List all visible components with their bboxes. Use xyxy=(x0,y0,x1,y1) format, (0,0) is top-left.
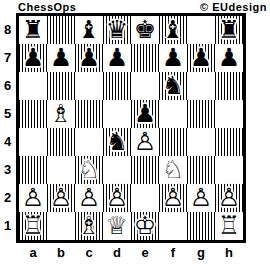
piece-black-rook-h8[interactable]: ♜♜ xyxy=(215,16,243,44)
square-c3[interactable]: ♞♘ xyxy=(75,156,103,184)
piece-black-pawn-b7[interactable]: ♟♟ xyxy=(47,44,75,72)
piece-glyph: ♜ xyxy=(215,16,243,44)
copyright-credit: © EUdesign xyxy=(200,1,267,13)
piece-glyph: ♘ xyxy=(75,156,103,184)
square-b4[interactable] xyxy=(47,128,75,156)
square-h7[interactable]: ♟♟ xyxy=(215,44,243,72)
piece-glyph: ♖ xyxy=(19,212,47,240)
square-a7[interactable]: ♟♟ xyxy=(19,44,47,72)
square-g2[interactable]: ♟♙ xyxy=(187,184,215,212)
file-labels: abcdefgh xyxy=(19,245,243,261)
piece-black-queen-d8[interactable]: ♛♛ xyxy=(103,16,131,44)
piece-glyph: ♟ xyxy=(75,44,103,72)
square-b8[interactable] xyxy=(47,16,75,44)
piece-white-knight-c3[interactable]: ♞♘ xyxy=(75,156,103,184)
piece-black-bishop-c8[interactable]: ♝♝ xyxy=(75,16,103,44)
square-c2[interactable]: ♟♙ xyxy=(75,184,103,212)
piece-white-bishop-c1[interactable]: ♝♗ xyxy=(75,212,103,240)
square-d3[interactable] xyxy=(103,156,131,184)
piece-glyph: ♟ xyxy=(215,44,243,72)
piece-glyph: ♟ xyxy=(47,44,75,72)
piece-black-pawn-h7[interactable]: ♟♟ xyxy=(215,44,243,72)
piece-white-rook-a1[interactable]: ♜♖ xyxy=(19,212,47,240)
square-f4[interactable] xyxy=(159,128,187,156)
piece-glyph: ♙ xyxy=(75,184,103,212)
file-label-c: c xyxy=(75,245,103,261)
piece-glyph: ♗ xyxy=(47,100,75,128)
square-a5[interactable] xyxy=(19,100,47,128)
square-f7[interactable]: ♟♟ xyxy=(159,44,187,72)
piece-glyph: ♞ xyxy=(103,128,131,156)
piece-glyph: ♟ xyxy=(131,100,159,128)
piece-glyph: ♖ xyxy=(215,212,243,240)
square-b1[interactable] xyxy=(47,212,75,240)
square-f1[interactable] xyxy=(159,212,187,240)
square-e7[interactable] xyxy=(131,44,159,72)
square-h1[interactable]: ♜♖ xyxy=(215,212,243,240)
rank-label-5: 5 xyxy=(0,100,15,128)
piece-white-rook-h1[interactable]: ♜♖ xyxy=(215,212,243,240)
square-b2[interactable]: ♟♙ xyxy=(47,184,75,212)
square-c5[interactable] xyxy=(75,100,103,128)
square-f2[interactable]: ♟♙ xyxy=(159,184,187,212)
square-a1[interactable]: ♜♖ xyxy=(19,212,47,240)
square-b5[interactable]: ♝♗ xyxy=(47,100,75,128)
piece-glyph: ♜ xyxy=(19,16,47,44)
square-c6[interactable] xyxy=(75,72,103,100)
square-h2[interactable]: ♟♙ xyxy=(215,184,243,212)
square-g8[interactable] xyxy=(187,16,215,44)
piece-glyph: ♟ xyxy=(19,44,47,72)
square-e1[interactable]: ♚♔ xyxy=(131,212,159,240)
square-c4[interactable] xyxy=(75,128,103,156)
piece-white-pawn-d2[interactable]: ♟♙ xyxy=(103,184,131,212)
rank-label-6: 6 xyxy=(0,72,15,100)
square-a4[interactable] xyxy=(19,128,47,156)
piece-white-pawn-g2[interactable]: ♟♙ xyxy=(187,184,215,212)
square-f8[interactable]: ♝♝ xyxy=(159,16,187,44)
square-e4[interactable]: ♟♙ xyxy=(131,128,159,156)
piece-glyph: ♙ xyxy=(187,184,215,212)
piece-white-pawn-e4[interactable]: ♟♙ xyxy=(131,128,159,156)
piece-glyph: ♞ xyxy=(159,72,187,100)
square-d4[interactable]: ♞♞ xyxy=(103,128,131,156)
piece-glyph: ♝ xyxy=(75,16,103,44)
piece-glyph: ♟ xyxy=(159,44,187,72)
piece-glyph: ♙ xyxy=(215,184,243,212)
piece-white-bishop-b5[interactable]: ♝♗ xyxy=(47,100,75,128)
piece-white-queen-d1[interactable]: ♛♕ xyxy=(103,212,131,240)
piece-white-pawn-c2[interactable]: ♟♙ xyxy=(75,184,103,212)
piece-glyph: ♟ xyxy=(103,44,131,72)
file-label-g: g xyxy=(187,245,215,261)
square-d8[interactable]: ♛♛ xyxy=(103,16,131,44)
square-g7[interactable]: ♟♟ xyxy=(187,44,215,72)
square-g5[interactable] xyxy=(187,100,215,128)
piece-black-pawn-a7[interactable]: ♟♟ xyxy=(19,44,47,72)
square-d6[interactable] xyxy=(103,72,131,100)
piece-glyph: ♘ xyxy=(159,156,187,184)
piece-black-rook-a8[interactable]: ♜♜ xyxy=(19,16,47,44)
file-label-h: h xyxy=(215,245,243,261)
square-a2[interactable]: ♟♙ xyxy=(19,184,47,212)
file-label-e: e xyxy=(131,245,159,261)
square-a8[interactable]: ♜♜ xyxy=(19,16,47,44)
square-h6[interactable] xyxy=(215,72,243,100)
piece-glyph: ♚ xyxy=(131,16,159,44)
piece-black-pawn-e5[interactable]: ♟♟ xyxy=(131,100,159,128)
piece-glyph: ♕ xyxy=(103,212,131,240)
piece-black-knight-d4[interactable]: ♞♞ xyxy=(103,128,131,156)
square-d5[interactable] xyxy=(103,100,131,128)
piece-glyph: ♙ xyxy=(19,184,47,212)
square-g1[interactable] xyxy=(187,212,215,240)
rank-label-7: 7 xyxy=(0,44,15,72)
square-b7[interactable]: ♟♟ xyxy=(47,44,75,72)
piece-white-knight-f3[interactable]: ♞♘ xyxy=(159,156,187,184)
square-e5[interactable]: ♟♟ xyxy=(131,100,159,128)
chess-board: ♜♜♝♝♛♛♚♚♝♝♜♜♟♟♟♟♟♟♟♟♟♟♟♟♟♟♞♞♝♗♟♟♞♞♟♙♞♘♞♘… xyxy=(16,13,246,243)
piece-white-pawn-h2[interactable]: ♟♙ xyxy=(215,184,243,212)
square-e3[interactable] xyxy=(131,156,159,184)
piece-glyph: ♔ xyxy=(131,212,159,240)
square-b3[interactable] xyxy=(47,156,75,184)
rank-label-8: 8 xyxy=(0,16,15,44)
square-e8[interactable]: ♚♚ xyxy=(131,16,159,44)
piece-glyph: ♟ xyxy=(187,44,215,72)
square-c7[interactable]: ♟♟ xyxy=(75,44,103,72)
square-e6[interactable] xyxy=(131,72,159,100)
square-e2[interactable] xyxy=(131,184,159,212)
rank-label-1: 1 xyxy=(0,212,15,240)
square-b6[interactable] xyxy=(47,72,75,100)
piece-glyph: ♝ xyxy=(159,16,187,44)
piece-glyph: ♛ xyxy=(103,16,131,44)
rank-labels: 87654321 xyxy=(0,16,15,240)
square-f5[interactable] xyxy=(159,100,187,128)
rank-label-4: 4 xyxy=(0,128,15,156)
square-a3[interactable] xyxy=(19,156,47,184)
square-h3[interactable] xyxy=(215,156,243,184)
square-c8[interactable]: ♝♝ xyxy=(75,16,103,44)
square-c1[interactable]: ♝♗ xyxy=(75,212,103,240)
file-label-f: f xyxy=(159,245,187,261)
square-f3[interactable]: ♞♘ xyxy=(159,156,187,184)
piece-white-pawn-f2[interactable]: ♟♙ xyxy=(159,184,187,212)
piece-black-pawn-c7[interactable]: ♟♟ xyxy=(75,44,103,72)
square-a6[interactable] xyxy=(19,72,47,100)
square-h8[interactable]: ♜♜ xyxy=(215,16,243,44)
piece-black-pawn-f7[interactable]: ♟♟ xyxy=(159,44,187,72)
chessops-diagram-page: ChessOps © EUdesign 87654321 ♜♜♝♝♛♛♚♚♝♝♜… xyxy=(0,0,270,270)
piece-white-pawn-a2[interactable]: ♟♙ xyxy=(19,184,47,212)
piece-black-pawn-d7[interactable]: ♟♟ xyxy=(103,44,131,72)
square-d1[interactable]: ♛♕ xyxy=(103,212,131,240)
file-label-d: d xyxy=(103,245,131,261)
square-h4[interactable] xyxy=(215,128,243,156)
piece-black-king-e8[interactable]: ♚♚ xyxy=(131,16,159,44)
square-f6[interactable]: ♞♞ xyxy=(159,72,187,100)
rank-label-2: 2 xyxy=(0,184,15,212)
square-g4[interactable] xyxy=(187,128,215,156)
square-g6[interactable] xyxy=(187,72,215,100)
piece-glyph: ♙ xyxy=(103,184,131,212)
piece-glyph: ♗ xyxy=(75,212,103,240)
piece-black-bishop-f8[interactable]: ♝♝ xyxy=(159,16,187,44)
piece-glyph: ♙ xyxy=(47,184,75,212)
piece-glyph: ♙ xyxy=(159,184,187,212)
piece-glyph: ♙ xyxy=(131,128,159,156)
file-label-a: a xyxy=(19,245,47,261)
square-d2[interactable]: ♟♙ xyxy=(103,184,131,212)
square-g3[interactable] xyxy=(187,156,215,184)
rank-label-3: 3 xyxy=(0,156,15,184)
square-d7[interactable]: ♟♟ xyxy=(103,44,131,72)
square-h5[interactable] xyxy=(215,100,243,128)
piece-black-pawn-g7[interactable]: ♟♟ xyxy=(187,44,215,72)
piece-white-pawn-b2[interactable]: ♟♙ xyxy=(47,184,75,212)
file-label-b: b xyxy=(47,245,75,261)
piece-white-king-e1[interactable]: ♚♔ xyxy=(131,212,159,240)
piece-black-knight-f6[interactable]: ♞♞ xyxy=(159,72,187,100)
